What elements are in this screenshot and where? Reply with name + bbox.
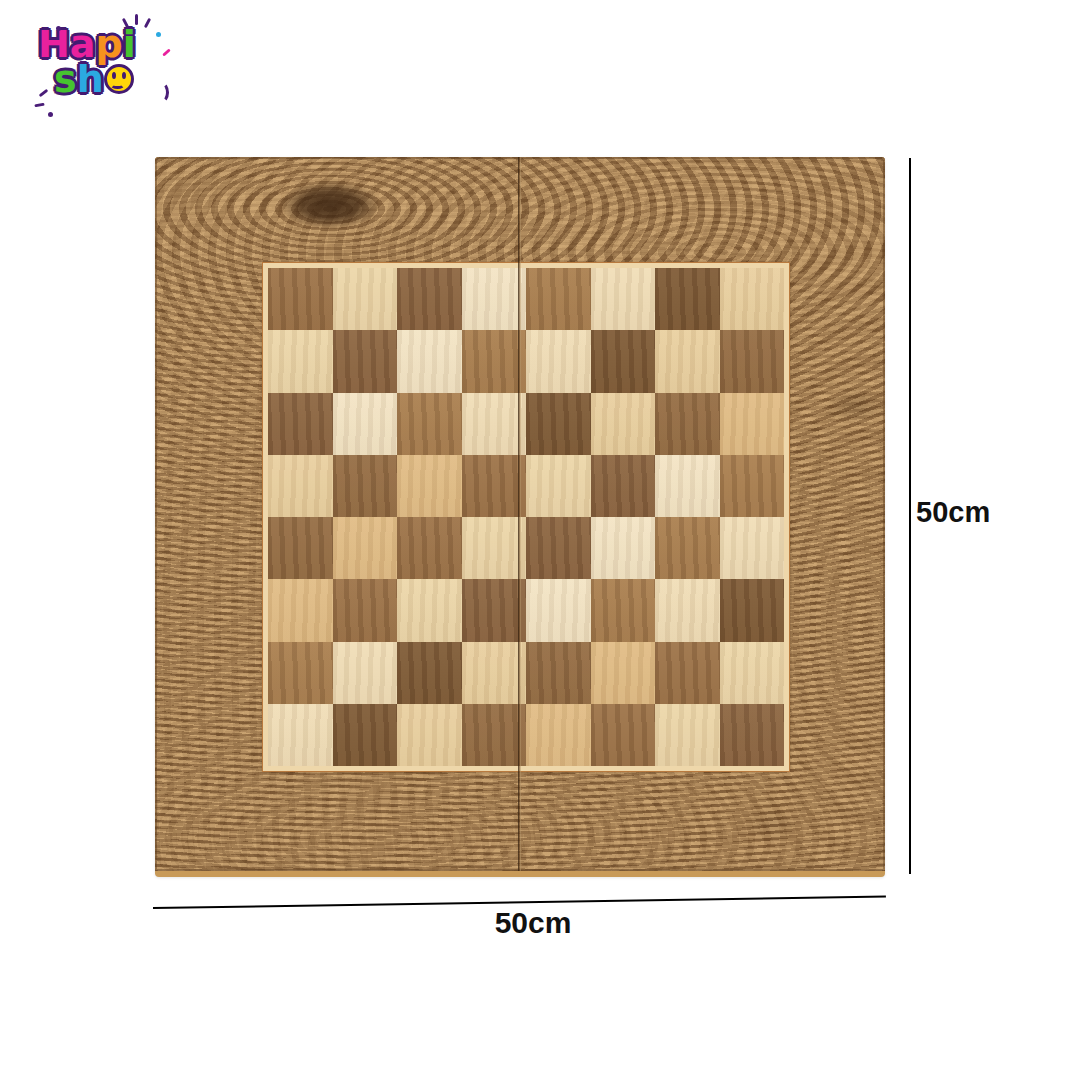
fold-seam <box>518 157 521 871</box>
square-d1 <box>462 704 527 766</box>
square-h2 <box>720 642 785 704</box>
square-b4 <box>333 517 398 579</box>
square-f8 <box>591 268 656 330</box>
square-a2 <box>268 642 333 704</box>
square-c8 <box>397 268 462 330</box>
square-d6 <box>462 393 527 455</box>
square-c4 <box>397 517 462 579</box>
square-c2 <box>397 642 462 704</box>
board-grid <box>268 268 784 766</box>
confetti-dot-icon <box>156 32 161 37</box>
square-e3 <box>526 579 591 641</box>
square-c3 <box>397 579 462 641</box>
square-h5 <box>720 455 785 517</box>
square-a6 <box>268 393 333 455</box>
square-g2 <box>655 642 720 704</box>
square-b5 <box>333 455 398 517</box>
sparkle-icon <box>135 14 138 25</box>
square-c1 <box>397 704 462 766</box>
square-e2 <box>526 642 591 704</box>
dimension-label-height: 50cm <box>916 496 990 529</box>
square-f6 <box>591 393 656 455</box>
square-a1 <box>268 704 333 766</box>
confetti-dot-icon <box>48 112 53 117</box>
square-b6 <box>333 393 398 455</box>
sparkle-icon <box>34 103 44 108</box>
square-b3 <box>333 579 398 641</box>
square-f3 <box>591 579 656 641</box>
logo-letter-h: h <box>77 61 104 97</box>
square-d7 <box>462 330 527 392</box>
square-f1 <box>591 704 656 766</box>
square-g1 <box>655 704 720 766</box>
confetti-dot-icon <box>56 26 61 31</box>
chess-board <box>155 157 885 877</box>
square-c6 <box>397 393 462 455</box>
sparkle-icon <box>154 82 169 103</box>
square-e5 <box>526 455 591 517</box>
square-g4 <box>655 517 720 579</box>
square-a3 <box>268 579 333 641</box>
square-d3 <box>462 579 527 641</box>
square-g7 <box>655 330 720 392</box>
hapisho-logo: Hapi sh <box>38 26 188 126</box>
square-f4 <box>591 517 656 579</box>
square-e1 <box>526 704 591 766</box>
square-a7 <box>268 330 333 392</box>
square-d2 <box>462 642 527 704</box>
square-h6 <box>720 393 785 455</box>
square-h3 <box>720 579 785 641</box>
product-image: Hapi sh 50cm 50cm <box>0 0 1080 1080</box>
square-e4 <box>526 517 591 579</box>
square-h1 <box>720 704 785 766</box>
square-e7 <box>526 330 591 392</box>
square-f2 <box>591 642 656 704</box>
square-b8 <box>333 268 398 330</box>
square-h7 <box>720 330 785 392</box>
square-g5 <box>655 455 720 517</box>
square-e6 <box>526 393 591 455</box>
square-b7 <box>333 330 398 392</box>
sparkle-icon <box>39 89 49 98</box>
square-d8 <box>462 268 527 330</box>
square-f5 <box>591 455 656 517</box>
square-b2 <box>333 642 398 704</box>
square-c7 <box>397 330 462 392</box>
smiley-face-icon <box>104 64 134 94</box>
square-g8 <box>655 268 720 330</box>
logo-letter-s: s <box>54 61 77 97</box>
square-c5 <box>397 455 462 517</box>
square-e8 <box>526 268 591 330</box>
square-a5 <box>268 455 333 517</box>
square-g3 <box>655 579 720 641</box>
dimension-line-vertical <box>909 158 911 874</box>
square-b1 <box>333 704 398 766</box>
square-f7 <box>591 330 656 392</box>
square-d4 <box>462 517 527 579</box>
logo-letter-i: i <box>123 26 136 62</box>
square-a8 <box>268 268 333 330</box>
board-playing-area <box>262 262 790 772</box>
square-a4 <box>268 517 333 579</box>
square-g6 <box>655 393 720 455</box>
square-h4 <box>720 517 785 579</box>
square-d5 <box>462 455 527 517</box>
square-h8 <box>720 268 785 330</box>
dimension-label-width: 50cm <box>495 906 572 940</box>
